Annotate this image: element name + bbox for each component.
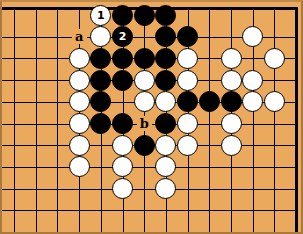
stone-white[interactable] [221,70,242,91]
stone-black[interactable] [112,5,133,26]
stone-black[interactable] [90,91,111,112]
stone-white[interactable] [155,135,176,156]
point-label-a[interactable]: a [72,29,87,44]
stone-white[interactable] [112,135,133,156]
grid-vertical-line [209,8,210,234]
stone-white[interactable] [221,135,242,156]
point-label-b[interactable]: b [137,116,152,131]
stone-white[interactable]: 1 [90,5,111,26]
stone-black[interactable] [155,113,176,134]
stone-white[interactable] [155,156,176,177]
stone-white[interactable] [155,91,176,112]
stone-black[interactable] [155,26,176,47]
stone-white[interactable] [69,156,90,177]
stone-white[interactable] [242,70,263,91]
board-right-edge-line [295,7,298,234]
stone-black[interactable] [90,70,111,91]
stone-white[interactable] [112,178,133,199]
grid-horizontal-line [2,167,297,168]
stone-black[interactable] [177,26,198,47]
stone-white[interactable] [221,113,242,134]
move-number-1: 1 [97,10,105,21]
grid-vertical-line [36,8,37,234]
stone-white[interactable] [69,135,90,156]
stone-black[interactable] [199,91,220,112]
stone-white[interactable] [69,91,90,112]
stone-white[interactable] [264,48,285,69]
stone-black[interactable] [90,48,111,69]
grid-horizontal-line [2,232,297,233]
stone-white[interactable] [177,113,198,134]
stone-black[interactable] [112,113,133,134]
stone-white[interactable] [242,91,263,112]
stone-black[interactable] [134,48,155,69]
stone-white[interactable] [69,48,90,69]
grid-horizontal-line [2,189,297,190]
stone-white[interactable] [134,70,155,91]
stone-black[interactable] [155,70,176,91]
grid-horizontal-line [2,210,297,211]
stone-white[interactable] [264,91,285,112]
grid-vertical-line [274,8,275,234]
stone-black[interactable] [112,48,133,69]
stone-black[interactable] [134,5,155,26]
stone-black[interactable] [221,91,242,112]
stone-black[interactable]: 2 [112,26,133,47]
stone-white[interactable] [69,113,90,134]
stone-white[interactable] [242,26,263,47]
stone-black[interactable] [155,5,176,26]
stone-white[interactable] [177,48,198,69]
stone-black[interactable] [134,135,155,156]
stone-white[interactable] [155,178,176,199]
stone-black[interactable] [112,70,133,91]
stone-white[interactable] [112,156,133,177]
stone-black[interactable] [90,113,111,134]
stone-white[interactable] [134,91,155,112]
go-board-diagram: 12ab [0,0,303,234]
stone-black[interactable] [177,91,198,112]
move-number-2: 2 [119,31,127,42]
stone-white[interactable] [221,48,242,69]
stone-black[interactable] [155,48,176,69]
stone-white[interactable] [177,70,198,91]
stone-white[interactable] [90,26,111,47]
stone-white[interactable] [69,70,90,91]
grid-vertical-line [14,8,15,234]
grid-vertical-line [57,8,58,234]
stone-white[interactable] [177,135,198,156]
